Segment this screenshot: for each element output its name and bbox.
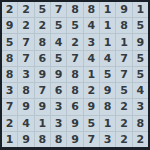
grid-cell[interactable]: 4 — [100, 51, 115, 66]
grid-cell[interactable]: 4 — [133, 83, 148, 98]
grid-cell[interactable]: 5 — [133, 18, 148, 33]
grid-cell[interactable]: 2 — [18, 2, 33, 17]
grid-cell[interactable]: 1 — [100, 18, 115, 33]
grid-cell[interactable]: 8 — [67, 2, 82, 17]
grid-cell[interactable]: 2 — [2, 116, 17, 131]
grid-cell[interactable]: 8 — [116, 18, 131, 33]
grid-cell[interactable]: 7 — [2, 99, 17, 114]
grid-cell[interactable]: 9 — [116, 2, 131, 17]
grid-cell[interactable]: 9 — [84, 99, 99, 114]
grid-cell[interactable]: 2 — [116, 116, 131, 131]
grid-cell[interactable]: 4 — [84, 51, 99, 66]
grid-cell[interactable]: 8 — [67, 67, 82, 82]
grid-cell[interactable]: 8 — [51, 132, 66, 147]
grid-cell[interactable]: 6 — [67, 99, 82, 114]
grid-cell[interactable]: 2 — [35, 18, 50, 33]
grid-cell[interactable]: 1 — [84, 67, 99, 82]
grid-cell[interactable]: 1 — [116, 34, 131, 49]
grid-cell[interactable]: 1 — [100, 34, 115, 49]
grid-cell[interactable]: 1 — [100, 116, 115, 131]
grid-cell[interactable]: 3 — [18, 67, 33, 82]
grid-cell[interactable]: 5 — [133, 67, 148, 82]
grid-cell[interactable]: 5 — [116, 83, 131, 98]
grid-cell[interactable]: 4 — [51, 34, 66, 49]
grid-cell[interactable]: 6 — [35, 51, 50, 66]
grid-cell[interactable]: 8 — [35, 34, 50, 49]
grid-cell[interactable]: 5 — [133, 51, 148, 66]
grid-cell[interactable]: 8 — [84, 2, 99, 17]
grid-cell[interactable]: 8 — [133, 116, 148, 131]
grid-cell[interactable]: 9 — [2, 18, 17, 33]
grid-cell[interactable]: 1 — [35, 116, 50, 131]
grid-cell[interactable]: 5 — [51, 18, 66, 33]
grid-cell[interactable]: 2 — [116, 99, 131, 114]
grid-cell[interactable]: 7 — [84, 132, 99, 147]
grid-cell[interactable]: 1 — [2, 132, 17, 147]
grid-cell[interactable]: 5 — [35, 2, 50, 17]
grid-cell[interactable]: 3 — [133, 99, 148, 114]
grid-cell[interactable]: 8 — [35, 132, 50, 147]
grid-cell[interactable]: 2 — [2, 2, 17, 17]
grid-cell[interactable]: 9 — [67, 116, 82, 131]
grid-cell[interactable]: 5 — [84, 116, 99, 131]
grid-cell[interactable]: 3 — [100, 132, 115, 147]
grid-cell[interactable]: 9 — [18, 132, 33, 147]
grid-cell[interactable]: 7 — [67, 51, 82, 66]
grid-cell[interactable]: 7 — [18, 51, 33, 66]
grid-cell[interactable]: 5 — [67, 18, 82, 33]
grid-cell[interactable]: 2 — [18, 18, 33, 33]
grid-cell[interactable]: 2 — [67, 34, 82, 49]
grid-cell[interactable]: 2 — [116, 132, 131, 147]
grid-cell[interactable]: 7 — [35, 83, 50, 98]
grid-cell[interactable]: 3 — [51, 99, 66, 114]
grid-cell[interactable]: 8 — [67, 83, 82, 98]
grid-cell[interactable]: 7 — [116, 67, 131, 82]
grid-cell[interactable]: 5 — [51, 51, 66, 66]
grid-cell[interactable]: 7 — [51, 2, 66, 17]
grid-cell[interactable]: 2 — [84, 83, 99, 98]
grid-cell[interactable]: 8 — [2, 67, 17, 82]
grid-cell[interactable]: 5 — [2, 34, 17, 49]
grid-cell[interactable]: 7 — [18, 34, 33, 49]
grid-cell[interactable]: 9 — [51, 67, 66, 82]
grid-cell[interactable]: 9 — [35, 99, 50, 114]
grid-cell[interactable]: 5 — [100, 67, 115, 82]
grid-cell[interactable]: 4 — [18, 116, 33, 131]
grid-cell[interactable]: 4 — [84, 18, 99, 33]
grid-cell[interactable]: 8 — [100, 99, 115, 114]
grid-cell[interactable]: 8 — [2, 51, 17, 66]
grid-cell[interactable]: 9 — [18, 99, 33, 114]
grid-cell[interactable]: 7 — [116, 51, 131, 66]
grid-cell[interactable]: 9 — [100, 83, 115, 98]
grid-cell[interactable]: 9 — [133, 34, 148, 49]
grid-cell[interactable]: 1 — [100, 2, 115, 17]
grid-cell[interactable]: 3 — [2, 83, 17, 98]
grid-cell[interactable]: 2 — [133, 132, 148, 147]
grid-cell[interactable]: 1 — [133, 2, 148, 17]
grid-cell[interactable]: 8 — [18, 83, 33, 98]
grid-cell[interactable]: 9 — [67, 132, 82, 147]
grid-cell[interactable]: 9 — [35, 67, 50, 82]
number-grid: 2257881919225541855784231198765744758399… — [0, 0, 150, 150]
grid-cell[interactable]: 6 — [51, 83, 66, 98]
grid-cell[interactable]: 3 — [84, 34, 99, 49]
grid-cell[interactable]: 3 — [51, 116, 66, 131]
